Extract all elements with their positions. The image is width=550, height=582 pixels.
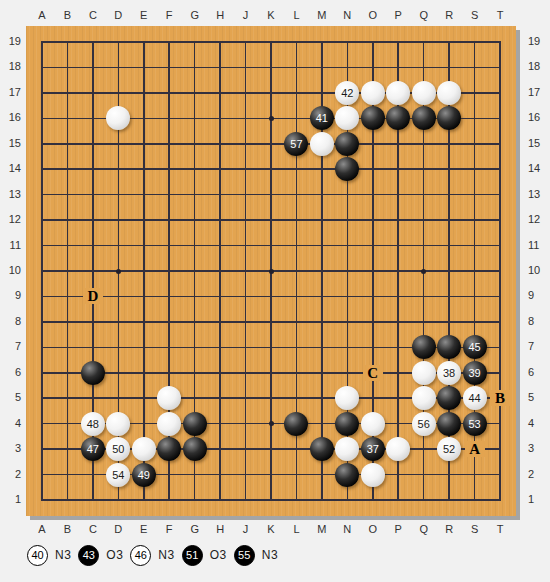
grid-line-horizontal	[41, 296, 501, 298]
stone-white-P17	[386, 81, 410, 105]
stone-black-P16	[386, 106, 410, 130]
row-label-right-12: 12	[528, 213, 550, 225]
star-point-K16	[269, 116, 274, 121]
stone-white-O4	[361, 412, 385, 436]
stone-black-C6	[81, 361, 105, 385]
row-label-right-13: 13	[528, 188, 550, 200]
stone-white-Q6	[412, 361, 436, 385]
stone-move-number: 48	[87, 412, 99, 436]
column-label-top-S: S	[466, 9, 484, 21]
column-label-bottom-O: O	[364, 523, 382, 535]
caption-stone-55: 55	[234, 545, 255, 566]
column-label-top-A: A	[33, 9, 51, 21]
stone-black-O16	[361, 106, 385, 130]
grid-line-horizontal	[41, 321, 501, 323]
stone-black-S4: 53	[463, 412, 487, 436]
stone-move-number: 49	[138, 463, 150, 487]
letter-annotation-D: D	[83, 288, 103, 304]
grid-line-horizontal	[41, 499, 501, 501]
letter-annotation-B: B	[490, 390, 510, 406]
column-label-bottom-D: D	[109, 523, 127, 535]
row-label-left-14: 14	[1, 162, 21, 174]
column-label-top-Q: Q	[415, 9, 433, 21]
column-label-top-R: R	[440, 9, 458, 21]
stone-move-number: 39	[468, 361, 480, 385]
row-label-right-19: 19	[528, 35, 550, 47]
row-label-right-6: 6	[528, 366, 550, 378]
letter-annotation-C: C	[363, 365, 383, 381]
stone-move-number: 50	[112, 437, 124, 461]
star-point-K10	[269, 269, 274, 274]
row-label-right-2: 2	[528, 468, 550, 480]
row-label-left-15: 15	[1, 137, 21, 149]
caption-coord-for-55: N3	[262, 548, 278, 562]
row-label-left-6: 6	[1, 366, 21, 378]
caption-stone-46: 46	[130, 545, 151, 566]
stone-black-E2: 49	[132, 463, 156, 487]
caption-coord-for-51: O3	[210, 548, 227, 562]
row-label-left-19: 19	[1, 35, 21, 47]
stone-white-N3	[335, 437, 359, 461]
column-label-top-N: N	[338, 9, 356, 21]
column-label-bottom-A: A	[33, 523, 51, 535]
column-label-bottom-H: H	[211, 523, 229, 535]
row-label-left-7: 7	[1, 340, 21, 352]
caption-coord-for-40: N3	[55, 548, 71, 562]
stone-white-M15	[310, 132, 334, 156]
stone-white-C4: 48	[81, 412, 105, 436]
stone-black-N15	[335, 132, 359, 156]
stone-white-N5	[335, 386, 359, 410]
row-label-right-8: 8	[528, 315, 550, 327]
stone-move-number: 44	[468, 386, 480, 410]
stone-black-N14	[335, 157, 359, 181]
caption-stone-40: 40	[27, 545, 48, 566]
stone-black-F3	[157, 437, 181, 461]
column-label-top-T: T	[491, 9, 509, 21]
stone-move-number: 47	[87, 437, 99, 461]
row-label-right-16: 16	[528, 111, 550, 123]
row-label-right-11: 11	[528, 239, 550, 251]
row-label-left-18: 18	[1, 60, 21, 72]
column-label-bottom-J: J	[237, 523, 255, 535]
column-label-top-L: L	[287, 9, 305, 21]
stone-move-number: 45	[468, 335, 480, 359]
star-point-D10	[116, 269, 121, 274]
stone-white-Q4: 56	[412, 412, 436, 436]
stone-black-Q7	[412, 335, 436, 359]
stone-white-Q5	[412, 386, 436, 410]
stone-black-R5	[437, 386, 461, 410]
stone-move-number: 54	[112, 463, 124, 487]
stone-white-O17	[361, 81, 385, 105]
row-label-right-9: 9	[528, 289, 550, 301]
column-label-bottom-M: M	[313, 523, 331, 535]
stone-white-D2: 54	[106, 463, 130, 487]
caption-coord-for-46: N3	[158, 548, 174, 562]
stone-move-number: 56	[418, 412, 430, 436]
column-label-bottom-S: S	[466, 523, 484, 535]
stone-black-M16: 41	[310, 106, 334, 130]
stone-black-O3: 37	[361, 437, 385, 461]
stone-black-N4	[335, 412, 359, 436]
stone-white-F5	[157, 386, 181, 410]
stone-black-N2	[335, 463, 359, 487]
row-label-left-3: 3	[1, 442, 21, 454]
column-label-bottom-N: N	[338, 523, 356, 535]
row-label-right-15: 15	[528, 137, 550, 149]
stone-white-N16	[335, 106, 359, 130]
column-label-bottom-K: K	[262, 523, 280, 535]
star-point-K4	[269, 421, 274, 426]
column-label-bottom-G: G	[186, 523, 204, 535]
stone-white-R3: 52	[437, 437, 461, 461]
row-label-left-16: 16	[1, 111, 21, 123]
row-label-left-5: 5	[1, 391, 21, 403]
caption-coord-for-43: O3	[106, 548, 123, 562]
column-label-top-G: G	[186, 9, 204, 21]
stone-move-number: 53	[468, 412, 480, 436]
stone-white-R6: 38	[437, 361, 461, 385]
column-label-top-F: F	[160, 9, 178, 21]
column-label-top-E: E	[135, 9, 153, 21]
letter-annotation-A: A	[465, 441, 485, 457]
column-label-bottom-P: P	[389, 523, 407, 535]
row-label-right-17: 17	[528, 86, 550, 98]
column-label-bottom-B: B	[58, 523, 76, 535]
row-label-left-10: 10	[1, 264, 21, 276]
stone-black-R16	[437, 106, 461, 130]
stone-black-R7	[437, 335, 461, 359]
column-label-bottom-R: R	[440, 523, 458, 535]
row-label-right-5: 5	[528, 391, 550, 403]
row-label-right-4: 4	[528, 417, 550, 429]
row-label-right-10: 10	[528, 264, 550, 276]
row-label-left-12: 12	[1, 213, 21, 225]
column-label-top-J: J	[237, 9, 255, 21]
caption-move-list: 40N343O346N351O355N3	[27, 543, 278, 567]
stone-white-N17: 42	[335, 81, 359, 105]
column-label-top-H: H	[211, 9, 229, 21]
stone-move-number: 42	[341, 81, 353, 105]
column-label-bottom-L: L	[287, 523, 305, 535]
go-diagram: 42415745383944485653475037525449ABCD AA1…	[0, 0, 550, 582]
stone-white-D3: 50	[106, 437, 130, 461]
stone-black-Q16	[412, 106, 436, 130]
column-label-top-P: P	[389, 9, 407, 21]
row-label-left-2: 2	[1, 468, 21, 480]
stone-white-S5: 44	[463, 386, 487, 410]
row-label-right-14: 14	[528, 162, 550, 174]
column-label-bottom-F: F	[160, 523, 178, 535]
column-label-top-K: K	[262, 9, 280, 21]
stone-white-O2	[361, 463, 385, 487]
stone-black-M3	[310, 437, 334, 461]
column-label-top-D: D	[109, 9, 127, 21]
stone-white-P3	[386, 437, 410, 461]
stone-black-G3	[183, 437, 207, 461]
column-label-top-C: C	[84, 9, 102, 21]
column-label-top-O: O	[364, 9, 382, 21]
go-board: 42415745383944485653475037525449ABCD	[26, 26, 516, 516]
stone-white-E3	[132, 437, 156, 461]
row-label-left-1: 1	[1, 493, 21, 505]
column-label-top-M: M	[313, 9, 331, 21]
stone-white-R17	[437, 81, 461, 105]
stone-black-C3: 47	[81, 437, 105, 461]
stone-black-S6: 39	[463, 361, 487, 385]
row-label-left-8: 8	[1, 315, 21, 327]
caption-stone-43: 43	[78, 545, 99, 566]
row-label-right-1: 1	[528, 493, 550, 505]
star-point-Q10	[421, 269, 426, 274]
stone-move-number: 57	[290, 132, 302, 156]
grid-line-vertical	[499, 41, 501, 501]
stone-white-Q17	[412, 81, 436, 105]
stone-black-L4	[284, 412, 308, 436]
caption-stone-51: 51	[182, 545, 203, 566]
column-label-bottom-C: C	[84, 523, 102, 535]
column-label-bottom-Q: Q	[415, 523, 433, 535]
row-label-left-9: 9	[1, 289, 21, 301]
row-label-right-3: 3	[528, 442, 550, 454]
stone-black-S7: 45	[463, 335, 487, 359]
stone-black-L15: 57	[284, 132, 308, 156]
stone-white-F4	[157, 412, 181, 436]
column-label-bottom-T: T	[491, 523, 509, 535]
stone-black-R4	[437, 412, 461, 436]
column-label-top-B: B	[58, 9, 76, 21]
stone-move-number: 52	[443, 437, 455, 461]
row-label-right-7: 7	[528, 340, 550, 352]
stone-white-D4	[106, 412, 130, 436]
stone-move-number: 37	[367, 437, 379, 461]
stone-white-D16	[106, 106, 130, 130]
row-label-right-18: 18	[528, 60, 550, 72]
row-label-left-4: 4	[1, 417, 21, 429]
stone-move-number: 41	[316, 106, 328, 130]
stone-move-number: 38	[443, 361, 455, 385]
row-label-left-17: 17	[1, 86, 21, 98]
stone-black-G4	[183, 412, 207, 436]
row-label-left-11: 11	[1, 239, 21, 251]
column-label-bottom-E: E	[135, 523, 153, 535]
row-label-left-13: 13	[1, 188, 21, 200]
